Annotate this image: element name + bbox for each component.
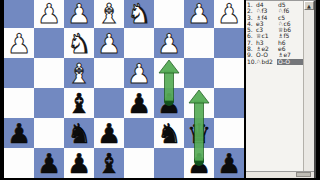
- square-a2[interactable]: ♟: [214, 0, 244, 28]
- square-f4[interactable]: ♝: [64, 58, 94, 88]
- square-g7[interactable]: ♟: [34, 148, 64, 178]
- scrollbar[interactable]: ▲: [303, 1, 314, 172]
- square-g4[interactable]: [34, 58, 64, 88]
- white-piece-n-f3: ♞: [64, 28, 94, 58]
- square-d3[interactable]: [124, 28, 154, 58]
- move-list-panel: 1.d4d52.♘f3♘f63.♗f4c54.e3♘c65.c3♕b66.♕c1…: [246, 0, 316, 178]
- square-g3[interactable]: [34, 28, 64, 58]
- square-g6[interactable]: [34, 118, 64, 148]
- square-c5[interactable]: ♟: [154, 88, 184, 118]
- square-a3[interactable]: [214, 28, 244, 58]
- square-b7[interactable]: ♟: [184, 148, 214, 178]
- white-move[interactable]: ♘bd2: [256, 59, 277, 65]
- square-f2[interactable]: ♟: [64, 0, 94, 28]
- black-move-selected[interactable]: O-O: [277, 59, 305, 65]
- square-h2[interactable]: [4, 0, 34, 28]
- black-piece-b-f5: ♝: [64, 88, 94, 118]
- white-piece-p-e3: ♟: [94, 28, 124, 58]
- black-piece-p-f7: ♟: [64, 148, 94, 178]
- black-piece-b-e7: ♝: [94, 148, 124, 178]
- black-piece-p-c5: ♟: [154, 88, 184, 118]
- square-f6[interactable]: ♞: [64, 118, 94, 148]
- square-a4[interactable]: [214, 58, 244, 88]
- black-piece-n-f6: ♞: [64, 118, 94, 148]
- black-piece-p-h6: ♟: [4, 118, 34, 148]
- square-c4[interactable]: [154, 58, 184, 88]
- square-h3[interactable]: ♟: [4, 28, 34, 58]
- square-d5[interactable]: ♟: [124, 88, 154, 118]
- square-d6[interactable]: [124, 118, 154, 148]
- white-piece-p-b2: ♟: [184, 0, 214, 28]
- square-a7[interactable]: ♟: [214, 148, 244, 178]
- square-e6[interactable]: ♟: [94, 118, 124, 148]
- square-e2[interactable]: ♝: [94, 0, 124, 28]
- square-b4[interactable]: [184, 58, 214, 88]
- square-e3[interactable]: ♟: [94, 28, 124, 58]
- black-piece-p-e6: ♟: [94, 118, 124, 148]
- square-h4[interactable]: [4, 58, 34, 88]
- white-piece-p-h3: ♟: [4, 28, 34, 58]
- square-f5[interactable]: ♝: [64, 88, 94, 118]
- square-a6[interactable]: [214, 118, 244, 148]
- black-piece-p-d5: ♟: [124, 88, 154, 118]
- square-c2[interactable]: [154, 0, 184, 28]
- black-piece-p-g7: ♟: [34, 148, 64, 178]
- square-c3[interactable]: ♟: [154, 28, 184, 58]
- square-b3[interactable]: [184, 28, 214, 58]
- black-piece-p-b7: ♟: [184, 148, 214, 178]
- square-b2[interactable]: ♟: [184, 0, 214, 28]
- square-b5[interactable]: [184, 88, 214, 118]
- square-a5[interactable]: [214, 88, 244, 118]
- square-c7[interactable]: [154, 148, 184, 178]
- white-piece-b-e2: ♝: [94, 0, 124, 28]
- move-row-10: 10.♘bd2O-O: [247, 59, 303, 65]
- chess-board[interactable]: ♟♟♝♞♟♟♟♞♟♟♝♟♝♟♟♟♞♟♞♛♟♟♝♟♟: [4, 0, 244, 178]
- square-e7[interactable]: ♝: [94, 148, 124, 178]
- black-piece-n-c6: ♞: [154, 118, 184, 148]
- square-c6[interactable]: ♞: [154, 118, 184, 148]
- square-h7[interactable]: [4, 148, 34, 178]
- white-piece-p-d4: ♟: [124, 58, 154, 88]
- move-number: 10.: [247, 59, 256, 65]
- square-e4[interactable]: [94, 58, 124, 88]
- white-piece-p-a2: ♟: [214, 0, 244, 28]
- move-list[interactable]: 1.d4d52.♘f3♘f63.♗f4c54.e3♘c65.c3♕b66.♕c1…: [247, 2, 303, 65]
- white-piece-n-d2: ♞: [124, 0, 154, 28]
- white-piece-p-f2: ♟: [64, 0, 94, 28]
- square-e5[interactable]: [94, 88, 124, 118]
- scroll-up-icon[interactable]: ▲: [304, 1, 314, 10]
- square-g2[interactable]: ♟: [34, 0, 64, 28]
- square-b6[interactable]: ♛: [184, 118, 214, 148]
- square-d2[interactable]: ♞: [124, 0, 154, 28]
- black-piece-q-b6: ♛: [184, 118, 214, 148]
- square-f3[interactable]: ♞: [64, 28, 94, 58]
- resize-grip-icon[interactable]: [296, 172, 311, 177]
- square-h6[interactable]: ♟: [4, 118, 34, 148]
- square-h5[interactable]: [4, 88, 34, 118]
- black-piece-p-a7: ♟: [214, 148, 244, 178]
- status-bar: [246, 171, 314, 178]
- white-piece-p-g2: ♟: [34, 0, 64, 28]
- square-d4[interactable]: ♟: [124, 58, 154, 88]
- white-piece-b-f4: ♝: [64, 58, 94, 88]
- square-g5[interactable]: [34, 88, 64, 118]
- square-f7[interactable]: ♟: [64, 148, 94, 178]
- white-piece-p-c3: ♟: [154, 28, 184, 58]
- square-d7[interactable]: [124, 148, 154, 178]
